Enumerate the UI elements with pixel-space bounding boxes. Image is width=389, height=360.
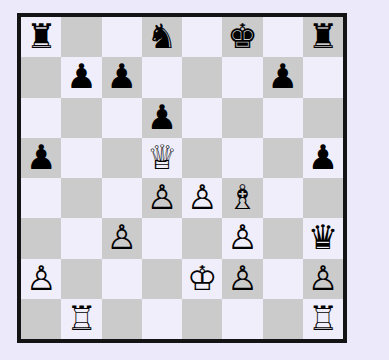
black-pawn-icon[interactable]: ♟ [267,59,297,93]
square-a7[interactable] [21,57,61,97]
white-pawn-icon[interactable]: ♙ [147,180,177,214]
square-e8[interactable] [182,17,222,57]
square-g6[interactable] [263,98,303,138]
square-h4[interactable] [303,178,343,218]
chess-board-frame: ♜♞♚♜♟♟♟♟♟♕♟♙♙♗♙♙♛♙♔♙♙♖♖ [17,13,347,343]
square-h5[interactable]: ♟ [303,138,343,178]
square-f4[interactable]: ♗ [222,178,262,218]
square-b8[interactable] [61,17,101,57]
black-pawn-icon[interactable]: ♟ [66,59,96,93]
square-h6[interactable] [303,98,343,138]
square-g8[interactable] [263,17,303,57]
square-d3[interactable] [142,218,182,258]
square-g2[interactable] [263,259,303,299]
square-d2[interactable] [142,259,182,299]
square-a5[interactable]: ♟ [21,138,61,178]
white-pawn-icon[interactable]: ♙ [308,261,338,295]
white-pawn-icon[interactable]: ♙ [227,261,257,295]
black-rook-icon[interactable]: ♜ [26,19,56,53]
square-d1[interactable] [142,299,182,339]
white-pawn-icon[interactable]: ♙ [187,180,217,214]
square-b5[interactable] [61,138,101,178]
square-h1[interactable]: ♖ [303,299,343,339]
black-knight-icon[interactable]: ♞ [147,19,177,53]
square-f1[interactable] [222,299,262,339]
white-bishop-icon[interactable]: ♗ [227,180,257,214]
square-g4[interactable] [263,178,303,218]
square-e5[interactable] [182,138,222,178]
square-a2[interactable]: ♙ [21,259,61,299]
square-f6[interactable] [222,98,262,138]
square-g5[interactable] [263,138,303,178]
square-d4[interactable]: ♙ [142,178,182,218]
square-c6[interactable] [102,98,142,138]
square-h3[interactable]: ♛ [303,218,343,258]
square-f7[interactable] [222,57,262,97]
chess-board: ♜♞♚♜♟♟♟♟♟♕♟♙♙♗♙♙♛♙♔♙♙♖♖ [21,17,343,339]
square-a1[interactable] [21,299,61,339]
square-d6[interactable]: ♟ [142,98,182,138]
white-rook-icon[interactable]: ♖ [66,301,96,335]
white-rook-icon[interactable]: ♖ [308,301,338,335]
square-a3[interactable] [21,218,61,258]
square-d5[interactable]: ♕ [142,138,182,178]
square-b3[interactable] [61,218,101,258]
black-king-icon[interactable]: ♚ [227,19,257,53]
square-a4[interactable] [21,178,61,218]
square-f2[interactable]: ♙ [222,259,262,299]
square-f5[interactable] [222,138,262,178]
white-king-icon[interactable]: ♔ [187,261,217,295]
black-pawn-icon[interactable]: ♟ [26,140,56,174]
square-g7[interactable]: ♟ [263,57,303,97]
white-pawn-icon[interactable]: ♙ [106,220,136,254]
black-pawn-icon[interactable]: ♟ [147,100,177,134]
square-f8[interactable]: ♚ [222,17,262,57]
square-d8[interactable]: ♞ [142,17,182,57]
square-c5[interactable] [102,138,142,178]
square-c8[interactable] [102,17,142,57]
square-g3[interactable] [263,218,303,258]
square-b2[interactable] [61,259,101,299]
square-e1[interactable] [182,299,222,339]
square-h2[interactable]: ♙ [303,259,343,299]
square-h8[interactable]: ♜ [303,17,343,57]
square-h7[interactable] [303,57,343,97]
square-b6[interactable] [61,98,101,138]
square-b1[interactable]: ♖ [61,299,101,339]
square-e4[interactable]: ♙ [182,178,222,218]
square-g1[interactable] [263,299,303,339]
white-queen-icon[interactable]: ♕ [147,140,177,174]
square-e3[interactable] [182,218,222,258]
black-pawn-icon[interactable]: ♟ [106,59,136,93]
square-b7[interactable]: ♟ [61,57,101,97]
square-c7[interactable]: ♟ [102,57,142,97]
square-c1[interactable] [102,299,142,339]
white-pawn-icon[interactable]: ♙ [26,261,56,295]
square-c2[interactable] [102,259,142,299]
square-e6[interactable] [182,98,222,138]
square-a6[interactable] [21,98,61,138]
square-d7[interactable] [142,57,182,97]
black-rook-icon[interactable]: ♜ [308,19,338,53]
square-e7[interactable] [182,57,222,97]
white-pawn-icon[interactable]: ♙ [227,220,257,254]
square-b4[interactable] [61,178,101,218]
square-a8[interactable]: ♜ [21,17,61,57]
black-pawn-icon[interactable]: ♟ [308,140,338,174]
square-c4[interactable] [102,178,142,218]
square-f3[interactable]: ♙ [222,218,262,258]
square-c3[interactable]: ♙ [102,218,142,258]
black-queen-icon[interactable]: ♛ [308,220,338,254]
square-e2[interactable]: ♔ [182,259,222,299]
